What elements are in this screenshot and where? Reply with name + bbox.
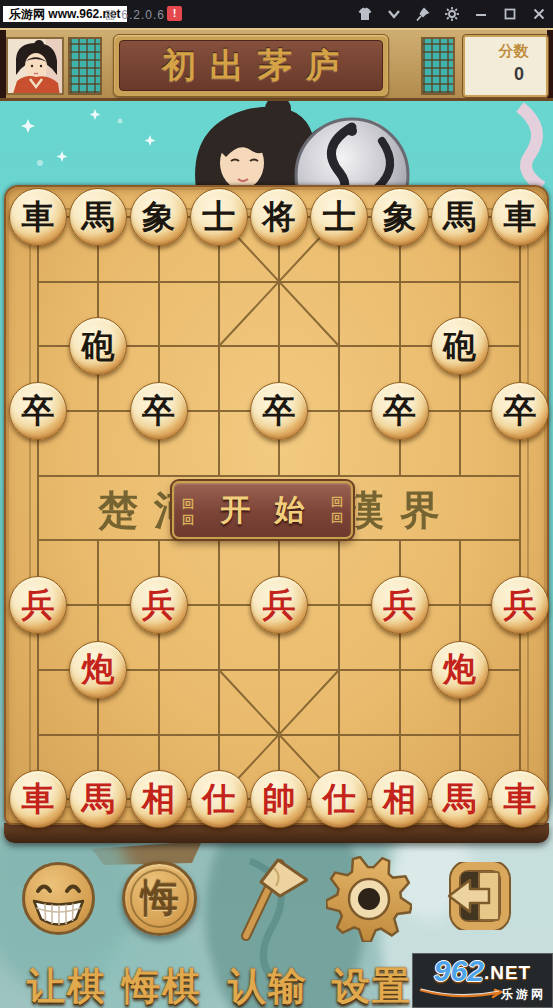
- piece-red-馬[interactable]: 馬: [431, 770, 489, 828]
- piece-black-象[interactable]: 象: [371, 188, 429, 246]
- piece-glyph: 兵: [142, 589, 175, 622]
- watermark-tld: .NET: [484, 961, 531, 985]
- piece-glyph: 卒: [263, 395, 296, 428]
- piece-black-卒[interactable]: 卒: [371, 382, 429, 440]
- piece-glyph: 士: [202, 201, 235, 234]
- piece-red-車[interactable]: 車: [491, 770, 549, 828]
- site-watermark: 962 .NET 乐游网: [412, 953, 553, 1008]
- piece-glyph: 帥: [263, 783, 296, 816]
- piece-red-炮[interactable]: 炮: [69, 641, 127, 699]
- window-title-version: 器 6.2.0.6: [104, 7, 165, 24]
- piece-glyph: 兵: [22, 589, 55, 622]
- piece-glyph: 将: [263, 201, 296, 234]
- alert-badge[interactable]: !: [167, 6, 182, 21]
- piece-glyph: 砲: [443, 330, 476, 363]
- piece-black-馬[interactable]: 馬: [69, 188, 127, 246]
- piece-glyph: 車: [22, 201, 55, 234]
- resign-button[interactable]: [226, 854, 308, 946]
- flag-icon: [226, 854, 308, 942]
- regret-badge: 悔: [141, 873, 179, 924]
- piece-black-士[interactable]: 士: [310, 188, 368, 246]
- score-label: 分数: [465, 42, 546, 61]
- level-title: 初出茅庐: [148, 43, 354, 89]
- player-avatar: [6, 37, 64, 95]
- piece-red-相[interactable]: 相: [371, 770, 429, 828]
- piece-black-砲[interactable]: 砲: [69, 317, 127, 375]
- start-button-label: 开始: [194, 490, 331, 531]
- piece-glyph: 馬: [82, 201, 115, 234]
- score-panel: 分数 0: [463, 35, 548, 97]
- piece-red-相[interactable]: 相: [130, 770, 188, 828]
- piece-glyph: 炮: [443, 653, 476, 686]
- piece-black-馬[interactable]: 馬: [431, 188, 489, 246]
- piece-red-馬[interactable]: 馬: [69, 770, 127, 828]
- piece-red-仕[interactable]: 仕: [190, 770, 248, 828]
- piece-red-兵[interactable]: 兵: [371, 576, 429, 634]
- exit-door-icon: [447, 862, 511, 930]
- piece-glyph: 車: [504, 783, 537, 816]
- label-settings[interactable]: 设置: [322, 961, 422, 1008]
- piece-black-卒[interactable]: 卒: [9, 382, 67, 440]
- piece-glyph: 卒: [22, 395, 55, 428]
- header-bar: 初出茅庐 分数 0: [0, 28, 553, 101]
- settings-button[interactable]: [326, 856, 412, 946]
- label-resign[interactable]: 认输: [218, 961, 318, 1008]
- start-button-deco-right: 回回: [331, 496, 343, 524]
- level-plaque: 初出茅庐: [113, 34, 389, 97]
- piece-red-車[interactable]: 車: [9, 770, 67, 828]
- lattice-panel-right: [421, 37, 455, 95]
- piece-red-兵[interactable]: 兵: [130, 576, 188, 634]
- piece-glyph: 象: [142, 201, 175, 234]
- close-icon[interactable]: [531, 6, 547, 22]
- maximize-icon[interactable]: [502, 6, 518, 22]
- pin-icon[interactable]: [415, 6, 431, 22]
- piece-red-兵[interactable]: 兵: [491, 576, 549, 634]
- piece-glyph: 馬: [443, 783, 476, 816]
- piece-glyph: 相: [142, 783, 175, 816]
- piece-glyph: 車: [504, 201, 537, 234]
- piece-black-車[interactable]: 車: [9, 188, 67, 246]
- handicap-button[interactable]: [21, 861, 96, 940]
- piece-glyph: 士: [323, 201, 356, 234]
- piece-black-卒[interactable]: 卒: [250, 382, 308, 440]
- start-button[interactable]: 回回 开始 回回: [172, 481, 353, 539]
- gear-icon: [326, 856, 412, 942]
- piece-glyph: 卒: [504, 395, 537, 428]
- piece-glyph: 兵: [504, 589, 537, 622]
- piece-red-帥[interactable]: 帥: [250, 770, 308, 828]
- undo-button[interactable]: 悔: [122, 861, 197, 936]
- app-window: 乐游网 www.962.net 器 6.2.0.6 !: [0, 0, 553, 1008]
- piece-glyph: 兵: [263, 589, 296, 622]
- piece-black-象[interactable]: 象: [130, 188, 188, 246]
- watermark-swoosh: [419, 987, 509, 1001]
- watermark-site-name: 乐游网: [501, 986, 546, 1003]
- piece-glyph: 仕: [323, 783, 356, 816]
- title-bar: 乐游网 www.962.net 器 6.2.0.6 !: [0, 0, 553, 28]
- smiley-icon: [21, 861, 96, 936]
- piece-black-士[interactable]: 士: [190, 188, 248, 246]
- piece-glyph: 卒: [142, 395, 175, 428]
- score-value: 0: [465, 64, 546, 85]
- piece-glyph: 仕: [202, 783, 235, 816]
- titlebar-settings-icon[interactable]: [444, 6, 460, 22]
- lattice-panel-left: [68, 37, 102, 95]
- piece-glyph: 象: [383, 201, 416, 234]
- piece-black-卒[interactable]: 卒: [130, 382, 188, 440]
- piece-glyph: 馬: [443, 201, 476, 234]
- piece-red-兵[interactable]: 兵: [9, 576, 67, 634]
- piece-red-仕[interactable]: 仕: [310, 770, 368, 828]
- piece-glyph: 炮: [82, 653, 115, 686]
- minimize-icon[interactable]: [473, 6, 489, 22]
- piece-red-兵[interactable]: 兵: [250, 576, 308, 634]
- piece-black-卒[interactable]: 卒: [491, 382, 549, 440]
- piece-glyph: 車: [22, 783, 55, 816]
- start-button-deco-left: 回回: [182, 494, 194, 526]
- watermark-number: 962: [434, 957, 484, 985]
- skin-icon[interactable]: [357, 6, 373, 22]
- chevron-down-icon[interactable]: [386, 6, 402, 22]
- piece-glyph: 卒: [383, 395, 416, 428]
- exit-button[interactable]: [447, 862, 511, 934]
- piece-glyph: 兵: [383, 589, 416, 622]
- piece-black-将[interactable]: 将: [250, 188, 308, 246]
- label-handicap[interactable]: 让棋: [17, 961, 117, 1008]
- piece-black-砲[interactable]: 砲: [431, 317, 489, 375]
- piece-glyph: 相: [383, 783, 416, 816]
- piece-red-炮[interactable]: 炮: [431, 641, 489, 699]
- piece-glyph: 砲: [82, 330, 115, 363]
- piece-glyph: 馬: [82, 783, 115, 816]
- piece-black-車[interactable]: 車: [491, 188, 549, 246]
- label-undo[interactable]: 悔棋: [112, 961, 212, 1008]
